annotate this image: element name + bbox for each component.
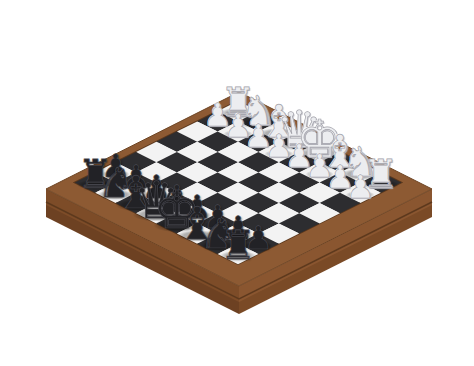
illustration-canvas: ♜♞♝♛♚♝♞♜♟♟♟♟♟♟♟♟♟♟♟♟♟♟♟♟♜♞♝♛♚♝♞♜ — [0, 0, 474, 366]
isometric-chessboard: ♜♞♝♛♚♝♞♜♟♟♟♟♟♟♟♟♟♟♟♟♟♟♟♟♜♞♝♛♚♝♞♜ — [0, 0, 474, 366]
chessboard-graphic — [0, 0, 474, 366]
